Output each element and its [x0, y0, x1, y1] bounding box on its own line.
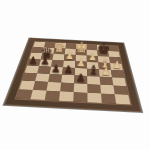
- chess-board: ♛♚♚♛♟♟♟♟♟♝♟♟♟♝♟♟: [16, 42, 130, 105]
- square-d2[interactable]: [60, 83, 74, 92]
- square-f4[interactable]: ♝: [87, 69, 100, 77]
- square-c3[interactable]: [48, 74, 62, 83]
- square-b4[interactable]: [37, 66, 51, 74]
- square-a1[interactable]: [16, 89, 33, 99]
- square-e1[interactable]: [73, 92, 87, 102]
- square-d4[interactable]: ♟: [62, 67, 75, 75]
- square-a4[interactable]: [25, 65, 39, 73]
- chessboard-photo-scene: ♛♚♚♛♟♟♟♟♟♝♟♟♟♝♟♟: [0, 0, 150, 150]
- board-frame: ♛♚♚♛♟♟♟♟♟♝♟♟♟♝♟♟: [4, 38, 142, 112]
- square-d5[interactable]: [63, 61, 75, 68]
- square-c2[interactable]: [46, 82, 61, 91]
- square-d1[interactable]: [59, 91, 74, 101]
- square-h1[interactable]: [115, 94, 131, 104]
- square-c1[interactable]: [45, 91, 60, 101]
- square-f1[interactable]: [87, 93, 101, 103]
- board-perspective-wrapper: ♛♚♚♛♟♟♟♟♟♝♟♟♟♝♟♟: [4, 38, 142, 112]
